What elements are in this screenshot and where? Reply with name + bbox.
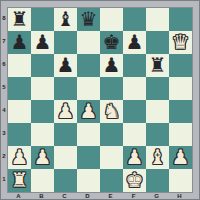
square-f5[interactable]: [123, 77, 146, 100]
square-c5[interactable]: [54, 77, 77, 100]
square-h3[interactable]: [169, 123, 192, 146]
square-d8[interactable]: ♛: [77, 8, 100, 31]
square-g1[interactable]: [146, 169, 169, 192]
file-label-g: G: [145, 192, 168, 200]
square-h1[interactable]: [169, 169, 192, 192]
rank-label-2: 2: [1, 145, 7, 168]
square-b1[interactable]: [31, 169, 54, 192]
square-a6[interactable]: [8, 54, 31, 77]
square-b4[interactable]: [31, 100, 54, 123]
square-f6[interactable]: [123, 54, 146, 77]
square-f1[interactable]: ♚: [123, 169, 146, 192]
square-a7[interactable]: ♟: [8, 31, 31, 54]
white-pawn[interactable]: ♟: [169, 146, 192, 169]
file-label-e: E: [99, 192, 122, 200]
square-h8[interactable]: [169, 8, 192, 31]
square-a3[interactable]: [8, 123, 31, 146]
square-c4[interactable]: ♟: [54, 100, 77, 123]
white-pawn[interactable]: ♟: [54, 100, 77, 123]
square-e3[interactable]: [100, 123, 123, 146]
square-d6[interactable]: [77, 54, 100, 77]
black-rook[interactable]: ♜: [146, 54, 169, 77]
square-d5[interactable]: [77, 77, 100, 100]
square-h4[interactable]: [169, 100, 192, 123]
rank-label-7: 7: [1, 30, 7, 53]
square-e4[interactable]: ♞: [100, 100, 123, 123]
file-label-d: D: [76, 192, 99, 200]
square-g7[interactable]: [146, 31, 169, 54]
file-label-f: F: [122, 192, 145, 200]
square-g6[interactable]: ♜: [146, 54, 169, 77]
white-king[interactable]: ♚: [123, 169, 146, 192]
square-c1[interactable]: [54, 169, 77, 192]
rank-label-5: 5: [1, 76, 7, 99]
white-pawn[interactable]: ♟: [77, 100, 100, 123]
white-queen[interactable]: ♛: [169, 31, 192, 54]
black-rook[interactable]: ♜: [8, 8, 31, 31]
black-pawn[interactable]: ♟: [31, 31, 54, 54]
rank-label-3: 3: [1, 122, 7, 145]
square-a5[interactable]: [8, 77, 31, 100]
square-d2[interactable]: [77, 146, 100, 169]
square-f2[interactable]: ♟: [123, 146, 146, 169]
chessboard-frame: ♜♝♛♟♟♚♟♛♟♟♜♟♟♞♟♟♟♝♟♜♚ 87654321 ABCDEFGH: [0, 0, 200, 200]
square-a8[interactable]: ♜: [8, 8, 31, 31]
black-pawn[interactable]: ♟: [123, 31, 146, 54]
white-pawn[interactable]: ♟: [8, 146, 31, 169]
white-bishop[interactable]: ♝: [146, 146, 169, 169]
square-f3[interactable]: [123, 123, 146, 146]
chessboard: ♜♝♛♟♟♚♟♛♟♟♜♟♟♞♟♟♟♝♟♜♚: [7, 7, 193, 193]
white-pawn[interactable]: ♟: [31, 146, 54, 169]
square-e6[interactable]: ♟: [100, 54, 123, 77]
white-pawn[interactable]: ♟: [123, 146, 146, 169]
square-h6[interactable]: [169, 54, 192, 77]
square-e5[interactable]: [100, 77, 123, 100]
square-h5[interactable]: [169, 77, 192, 100]
square-g3[interactable]: [146, 123, 169, 146]
rank-label-1: 1: [1, 168, 7, 191]
square-b8[interactable]: [31, 8, 54, 31]
square-b7[interactable]: ♟: [31, 31, 54, 54]
file-label-h: H: [168, 192, 191, 200]
square-d3[interactable]: [77, 123, 100, 146]
file-label-b: B: [30, 192, 53, 200]
square-c2[interactable]: [54, 146, 77, 169]
square-g5[interactable]: [146, 77, 169, 100]
file-label-a: A: [7, 192, 30, 200]
square-e7[interactable]: ♚: [100, 31, 123, 54]
file-label-c: C: [53, 192, 76, 200]
black-pawn[interactable]: ♟: [54, 54, 77, 77]
rank-label-6: 6: [1, 53, 7, 76]
square-e1[interactable]: [100, 169, 123, 192]
square-f7[interactable]: ♟: [123, 31, 146, 54]
square-a2[interactable]: ♟: [8, 146, 31, 169]
square-h2[interactable]: ♟: [169, 146, 192, 169]
square-h7[interactable]: ♛: [169, 31, 192, 54]
square-b6[interactable]: [31, 54, 54, 77]
square-b5[interactable]: [31, 77, 54, 100]
square-e2[interactable]: [100, 146, 123, 169]
rank-label-4: 4: [1, 99, 7, 122]
black-king[interactable]: ♚: [100, 31, 123, 54]
square-c8[interactable]: ♝: [54, 8, 77, 31]
square-c3[interactable]: [54, 123, 77, 146]
square-c6[interactable]: ♟: [54, 54, 77, 77]
white-knight[interactable]: ♞: [100, 100, 123, 123]
rank-label-8: 8: [1, 7, 7, 30]
square-a1[interactable]: ♜: [8, 169, 31, 192]
square-e8[interactable]: [100, 8, 123, 31]
square-d7[interactable]: [77, 31, 100, 54]
square-g4[interactable]: [146, 100, 169, 123]
black-bishop[interactable]: ♝: [54, 8, 77, 31]
black-pawn[interactable]: ♟: [8, 31, 31, 54]
black-queen[interactable]: ♛: [77, 8, 100, 31]
black-pawn[interactable]: ♟: [100, 54, 123, 77]
square-b2[interactable]: ♟: [31, 146, 54, 169]
square-c7[interactable]: [54, 31, 77, 54]
square-d1[interactable]: [77, 169, 100, 192]
square-g8[interactable]: [146, 8, 169, 31]
square-f8[interactable]: [123, 8, 146, 31]
square-g2[interactable]: ♝: [146, 146, 169, 169]
square-f4[interactable]: [123, 100, 146, 123]
white-rook[interactable]: ♜: [8, 169, 31, 192]
square-b3[interactable]: [31, 123, 54, 146]
square-a4[interactable]: [8, 100, 31, 123]
square-d4[interactable]: ♟: [77, 100, 100, 123]
